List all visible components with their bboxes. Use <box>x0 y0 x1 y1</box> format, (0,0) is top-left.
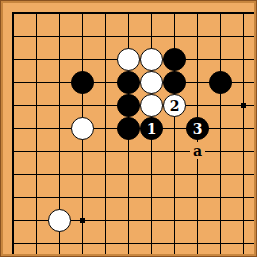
stone-black <box>117 94 140 117</box>
grid-line-horizontal <box>12 151 257 152</box>
stone-black <box>117 71 140 94</box>
point-label-a: a <box>190 142 205 159</box>
hoshi-point <box>80 218 85 223</box>
grid-line-horizontal <box>12 197 257 198</box>
stone-white <box>140 71 163 94</box>
grid-line-horizontal <box>12 174 257 175</box>
stone-black <box>163 71 186 94</box>
stone-black <box>209 71 232 94</box>
stone-black-move-3: 3 <box>186 117 209 140</box>
hoshi-point <box>241 103 246 108</box>
stone-black <box>71 71 94 94</box>
go-board: a213 <box>0 0 257 257</box>
stone-white <box>117 48 140 71</box>
stone-white <box>48 209 71 232</box>
go-diagram: a213 <box>0 0 257 257</box>
stone-black <box>163 48 186 71</box>
board-edge-top <box>12 12 257 14</box>
stone-white-move-2: 2 <box>163 94 186 117</box>
stone-white <box>71 117 94 140</box>
grid-line-horizontal <box>12 243 257 244</box>
stone-white <box>140 48 163 71</box>
stone-black-move-1: 1 <box>140 117 163 140</box>
grid-line-horizontal <box>12 36 257 37</box>
stone-white <box>140 94 163 117</box>
stone-black <box>117 117 140 140</box>
